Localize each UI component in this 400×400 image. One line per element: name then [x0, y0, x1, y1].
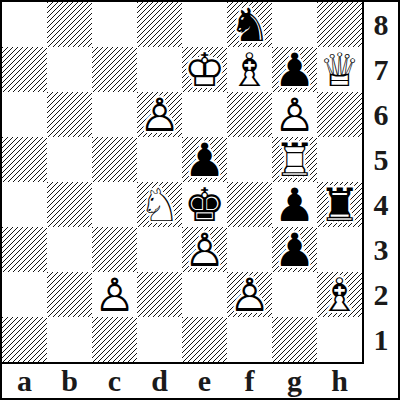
piece-halo: ♞	[227, 2, 272, 47]
file-label-e: e	[182, 364, 227, 399]
piece-halo: ♟	[92, 272, 137, 317]
square-f3[interactable]	[227, 227, 272, 272]
square-f1[interactable]	[227, 317, 272, 362]
square-h6[interactable]	[317, 92, 362, 137]
piece-white-bishop: ♗	[227, 47, 272, 92]
piece-halo: ♜	[317, 182, 362, 227]
piece-halo: ♟	[227, 272, 272, 317]
rank-label-2: 2	[364, 272, 398, 317]
file-label-b: b	[47, 364, 92, 399]
file-labels: abcdefgh	[2, 364, 362, 398]
square-g7[interactable]: ♟♟	[272, 47, 317, 92]
chess-diagram: ♞♞♚♔♝♗♟♟♛♕♟♙♟♙♟♟♜♖♞♘♚♚♟♟♜♜♟♙♟♟♟♙♟♙♝♗ abc…	[0, 0, 400, 400]
piece-black-pawn: ♟	[182, 137, 227, 182]
square-b4[interactable]	[47, 182, 92, 227]
square-g6[interactable]: ♟♙	[272, 92, 317, 137]
rank-label-7: 7	[364, 47, 398, 92]
square-a8[interactable]	[2, 2, 47, 47]
square-b5[interactable]	[47, 137, 92, 182]
square-c2[interactable]: ♟♙	[92, 272, 137, 317]
square-a2[interactable]	[2, 272, 47, 317]
square-e4[interactable]: ♚♚	[182, 182, 227, 227]
square-c3[interactable]	[92, 227, 137, 272]
square-g2[interactable]	[272, 272, 317, 317]
rank-label-3: 3	[364, 227, 398, 272]
piece-halo: ♜	[272, 137, 317, 182]
piece-halo: ♟	[272, 182, 317, 227]
piece-halo: ♝	[227, 47, 272, 92]
square-e5[interactable]: ♟♟	[182, 137, 227, 182]
file-label-g: g	[272, 364, 317, 399]
square-b1[interactable]	[47, 317, 92, 362]
piece-halo: ♟	[272, 227, 317, 272]
square-d6[interactable]: ♟♙	[137, 92, 182, 137]
square-f6[interactable]	[227, 92, 272, 137]
square-a1[interactable]	[2, 317, 47, 362]
square-d7[interactable]	[137, 47, 182, 92]
piece-white-pawn: ♙	[92, 272, 137, 317]
square-b7[interactable]	[47, 47, 92, 92]
square-g1[interactable]	[272, 317, 317, 362]
square-h2[interactable]: ♝♗	[317, 272, 362, 317]
piece-halo: ♟	[182, 227, 227, 272]
square-e2[interactable]	[182, 272, 227, 317]
rank-label-6: 6	[364, 92, 398, 137]
square-b2[interactable]	[47, 272, 92, 317]
piece-black-pawn: ♟	[272, 182, 317, 227]
file-label-c: c	[92, 364, 137, 399]
square-c1[interactable]	[92, 317, 137, 362]
rank-labels: 87654321	[364, 2, 398, 362]
piece-black-rook: ♜	[317, 182, 362, 227]
square-d5[interactable]	[137, 137, 182, 182]
square-g5[interactable]: ♜♖	[272, 137, 317, 182]
square-d2[interactable]	[137, 272, 182, 317]
piece-black-pawn: ♟	[272, 47, 317, 92]
piece-black-pawn: ♟	[272, 227, 317, 272]
chess-board: ♞♞♚♔♝♗♟♟♛♕♟♙♟♙♟♟♜♖♞♘♚♚♟♟♜♜♟♙♟♟♟♙♟♙♝♗	[2, 2, 364, 364]
piece-halo: ♟	[272, 47, 317, 92]
square-e6[interactable]	[182, 92, 227, 137]
piece-white-queen: ♕	[317, 47, 362, 92]
piece-white-pawn: ♙	[182, 227, 227, 272]
square-b8[interactable]	[47, 2, 92, 47]
rank-label-5: 5	[364, 137, 398, 182]
piece-white-rook: ♖	[272, 137, 317, 182]
square-a3[interactable]	[2, 227, 47, 272]
rank-label-8: 8	[364, 2, 398, 47]
square-a7[interactable]	[2, 47, 47, 92]
piece-white-pawn: ♙	[137, 92, 182, 137]
square-e7[interactable]: ♚♔	[182, 47, 227, 92]
square-g3[interactable]: ♟♟	[272, 227, 317, 272]
square-d4[interactable]: ♞♘	[137, 182, 182, 227]
file-label-h: h	[317, 364, 362, 399]
square-d1[interactable]	[137, 317, 182, 362]
square-h7[interactable]: ♛♕	[317, 47, 362, 92]
piece-white-pawn: ♙	[272, 92, 317, 137]
square-d8[interactable]	[137, 2, 182, 47]
piece-black-king: ♚	[182, 182, 227, 227]
piece-halo: ♟	[182, 137, 227, 182]
piece-white-king: ♔	[182, 47, 227, 92]
square-h1[interactable]	[317, 317, 362, 362]
file-label-f: f	[227, 364, 272, 399]
piece-halo: ♝	[317, 272, 362, 317]
piece-halo: ♟	[272, 92, 317, 137]
piece-black-knight: ♞	[227, 2, 272, 47]
square-g8[interactable]	[272, 2, 317, 47]
square-b6[interactable]	[47, 92, 92, 137]
square-c4[interactable]	[92, 182, 137, 227]
rank-label-4: 4	[364, 182, 398, 227]
square-h3[interactable]	[317, 227, 362, 272]
piece-halo: ♚	[182, 47, 227, 92]
square-a5[interactable]	[2, 137, 47, 182]
square-e8[interactable]	[182, 2, 227, 47]
rank-label-1: 1	[364, 317, 398, 362]
square-a6[interactable]	[2, 92, 47, 137]
square-h8[interactable]	[317, 2, 362, 47]
square-c6[interactable]	[92, 92, 137, 137]
square-e3[interactable]: ♟♙	[182, 227, 227, 272]
piece-halo: ♛	[317, 47, 362, 92]
piece-halo: ♚	[182, 182, 227, 227]
square-d3[interactable]	[137, 227, 182, 272]
square-c7[interactable]	[92, 47, 137, 92]
piece-halo: ♞	[137, 182, 182, 227]
square-e1[interactable]	[182, 317, 227, 362]
piece-white-bishop: ♗	[317, 272, 362, 317]
square-f8[interactable]: ♞♞	[227, 2, 272, 47]
square-h4[interactable]: ♜♜	[317, 182, 362, 227]
square-f2[interactable]: ♟♙	[227, 272, 272, 317]
piece-halo: ♟	[137, 92, 182, 137]
square-c8[interactable]	[92, 2, 137, 47]
piece-white-pawn: ♙	[227, 272, 272, 317]
square-g4[interactable]: ♟♟	[272, 182, 317, 227]
square-f7[interactable]: ♝♗	[227, 47, 272, 92]
file-label-d: d	[137, 364, 182, 399]
square-a4[interactable]	[2, 182, 47, 227]
square-f5[interactable]	[227, 137, 272, 182]
square-b3[interactable]	[47, 227, 92, 272]
square-f4[interactable]	[227, 182, 272, 227]
square-h5[interactable]	[317, 137, 362, 182]
square-c5[interactable]	[92, 137, 137, 182]
piece-white-knight: ♘	[137, 182, 182, 227]
file-label-a: a	[2, 364, 47, 399]
